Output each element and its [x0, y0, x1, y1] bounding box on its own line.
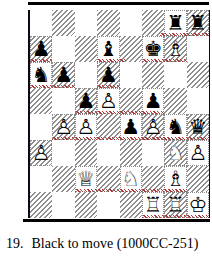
piece-white-pawn: ♟♙	[187, 140, 209, 166]
square-c7	[75, 36, 97, 62]
square-b3	[52, 140, 74, 166]
square-h5	[187, 88, 209, 114]
square-g5	[164, 88, 186, 114]
chess-board: ♜♜♟♝♚♝♗♞♟♟♟♟♙♟♟♙♟♙♟♟♙♞♛♟♙♞♘♟♙♛♕♞♘♝♗♜♖♜♖♚…	[28, 10, 210, 218]
square-b2	[52, 166, 74, 192]
spellcheck-squiggle	[52, 137, 209, 140]
square-b7	[52, 36, 74, 62]
square-a8	[30, 10, 52, 36]
square-a4	[30, 114, 52, 140]
square-c3	[75, 140, 97, 166]
piece-white-pawn: ♟♙	[30, 140, 52, 166]
spellcheck-squiggle	[75, 111, 165, 114]
spellcheck-squiggle	[97, 85, 119, 88]
piece-glyph: ♘	[164, 140, 186, 166]
square-c6	[75, 62, 97, 88]
square-a5	[30, 88, 52, 114]
square-b5	[52, 88, 74, 114]
square-a3: ♟♙	[30, 140, 52, 166]
square-h6	[187, 62, 209, 88]
board-top-border	[28, 2, 209, 5]
spellcheck-squiggle	[160, 33, 209, 36]
square-b1	[52, 192, 74, 218]
diagram-caption: 19.Black to move (1000CC-251)	[6, 236, 210, 252]
square-c1	[75, 192, 97, 218]
piece-glyph: ♙	[187, 140, 209, 166]
caption-number: 19.	[6, 236, 24, 251]
square-f3	[142, 140, 164, 166]
square-c8	[75, 10, 97, 36]
caption-text: Black to move (1000CC-251)	[32, 236, 199, 251]
square-b8	[52, 10, 74, 36]
square-d1	[97, 192, 119, 218]
piece-white-knight: ♞♘	[164, 140, 186, 166]
spellcheck-squiggle	[97, 59, 126, 62]
square-h3: ♟♙	[187, 140, 209, 166]
square-d8	[97, 10, 119, 36]
square-e8	[120, 10, 142, 36]
square-f6	[142, 62, 164, 88]
square-h2	[187, 166, 209, 192]
spellcheck-squiggle	[30, 59, 52, 62]
square-a2	[30, 166, 52, 192]
square-h7	[187, 36, 209, 62]
square-a1	[30, 192, 52, 218]
piece-glyph: ♙	[30, 140, 52, 166]
square-e3	[120, 140, 142, 166]
square-d3	[97, 140, 119, 166]
spellcheck-squiggle	[142, 59, 187, 62]
square-g3: ♞♘	[164, 140, 186, 166]
spellcheck-squiggle	[30, 85, 75, 88]
square-g6	[164, 62, 186, 88]
square-e1	[120, 192, 142, 218]
spellcheck-squiggle	[75, 189, 187, 192]
square-e6	[120, 62, 142, 88]
spellcheck-squiggle	[142, 215, 209, 218]
board-bottom-border	[23, 219, 210, 222]
chess-diagram: ♜♜♟♝♚♝♗♞♟♟♟♟♙♟♟♙♟♙♟♟♙♞♛♟♙♞♘♟♙♛♕♞♘♝♗♜♖♜♖♚…	[0, 0, 212, 258]
